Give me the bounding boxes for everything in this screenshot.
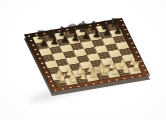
photo-background: ♜♞♝♛♚♝♞♜♟♟♟♟♟♟♟♟♟♟♟♟♟♟♟♟♜♞♝♛♚♝♞♜ <box>0 0 166 120</box>
white-pawn-icon: ♟ <box>65 67 74 77</box>
black-rook-icon: ♜ <box>109 18 119 29</box>
square-h1: ♜ <box>128 67 142 75</box>
white-pawn-icon: ♟ <box>128 57 137 67</box>
square-h3 <box>122 54 136 62</box>
white-rook-icon: ♜ <box>131 61 141 73</box>
board-squares: ♜♞♝♛♚♝♞♜♟♟♟♟♟♟♟♟♟♟♟♟♟♟♟♟♜♞♝♛♚♝♞♜ <box>33 23 142 87</box>
square-g1: ♞ <box>117 68 131 76</box>
chess-set-scene: ♜♞♝♛♚♝♞♜♟♟♟♟♟♟♟♟♟♟♟♟♟♟♟♟♜♞♝♛♚♝♞♜ <box>36 4 138 106</box>
square-e3 <box>90 59 104 67</box>
